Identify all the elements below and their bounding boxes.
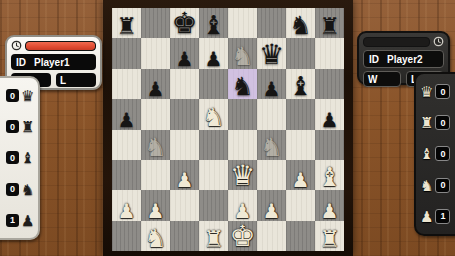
square-g7[interactable]: [286, 38, 315, 68]
right-captured-row-pawn: ♟1: [420, 201, 455, 231]
square-e2[interactable]: ♟: [228, 190, 257, 220]
left-captured-count-knight: 0: [6, 183, 19, 196]
left-captured-row-knight: 0♞: [6, 174, 38, 204]
square-f6[interactable]: ♟: [257, 69, 286, 99]
square-e4[interactable]: [228, 130, 257, 160]
square-h8[interactable]: ♜: [315, 8, 344, 38]
piece-black-h8[interactable]: ♜: [315, 15, 344, 38]
right-captured-count-queen: 0: [435, 84, 450, 99]
square-a7[interactable]: [112, 38, 141, 68]
square-g5[interactable]: [286, 99, 315, 129]
player2-wins-box: W: [363, 71, 401, 87]
square-h3[interactable]: ♝: [315, 160, 344, 190]
right-captured-count-pawn: 1: [435, 209, 450, 224]
square-a4[interactable]: [112, 130, 141, 160]
square-f2[interactable]: ♟: [257, 190, 286, 220]
square-h6[interactable]: [315, 69, 344, 99]
player1-id-box: ID Player1: [11, 54, 96, 70]
left-captured-row-bishop: 0♝: [6, 143, 38, 173]
piece-black-d8[interactable]: ♝: [199, 12, 228, 38]
square-a1[interactable]: [112, 221, 141, 251]
right-captured-bishop-icon: ♝: [420, 146, 433, 161]
square-c3[interactable]: ♟: [170, 160, 199, 190]
square-c5[interactable]: [170, 99, 199, 129]
right-captured-row-queen: ♛0: [420, 77, 455, 107]
piece-white-h2[interactable]: ♟: [315, 201, 344, 221]
left-captured-count-bishop: 0: [6, 151, 19, 164]
square-h5[interactable]: ♟: [315, 99, 344, 129]
ghost-knight-move-hint-b4[interactable]: ♞: [141, 135, 170, 160]
left-captured-row-pawn: 1♟: [6, 205, 38, 235]
piece-black-f7[interactable]: ♛: [257, 41, 286, 69]
right-captured-row-knight: ♞0: [420, 170, 455, 200]
board-frame: ♜♚♝♞♜♟♟♞♛♟♞♟♝♟♞♟♞♞♟♛♟♝♟♟♟♟♟♞♜♚♜: [103, 0, 353, 256]
captured-white-tray: ♛0♜0♝0♞0♟1: [414, 72, 455, 236]
square-e8[interactable]: [228, 8, 257, 38]
piece-white-b1[interactable]: ♞: [141, 226, 170, 251]
piece-white-d5[interactable]: ♞: [199, 105, 228, 130]
left-captured-count-queen: 0: [6, 89, 19, 102]
right-captured-knight-icon: ♞: [420, 178, 433, 193]
ghost-knight-move-hint-f4[interactable]: ♞: [257, 135, 286, 160]
left-captured-count-rook: 0: [6, 120, 19, 133]
piece-white-h1[interactable]: ♜: [315, 228, 344, 251]
square-f4[interactable]: ♞: [257, 130, 286, 160]
square-e5[interactable]: [228, 99, 257, 129]
piece-white-f2[interactable]: ♟: [257, 201, 286, 221]
player2-name: Player2: [387, 54, 423, 65]
square-f8[interactable]: [257, 8, 286, 38]
piece-black-h5[interactable]: ♟: [315, 110, 344, 130]
board: ♜♚♝♞♜♟♟♞♛♟♞♟♝♟♞♟♞♞♟♛♟♝♟♟♟♟♟♞♜♚♜: [112, 8, 344, 251]
square-d3[interactable]: [199, 160, 228, 190]
right-captured-row-bishop: ♝0: [420, 139, 455, 169]
player2-time-bar: [363, 37, 430, 47]
left-captured-queen-icon: ♛: [21, 88, 34, 103]
right-captured-count-knight: 0: [435, 178, 450, 193]
piece-black-e6[interactable]: ♞: [228, 74, 257, 99]
square-h4[interactable]: [315, 130, 344, 160]
square-d7[interactable]: ♟: [199, 38, 228, 68]
square-c7[interactable]: ♟: [170, 38, 199, 68]
piece-black-a8[interactable]: ♜: [112, 15, 141, 38]
square-a3[interactable]: [112, 160, 141, 190]
square-h7[interactable]: [315, 38, 344, 68]
square-b1[interactable]: ♞: [141, 221, 170, 251]
left-captured-bishop-icon: ♝: [21, 150, 34, 165]
piece-black-b6[interactable]: ♟: [141, 79, 170, 99]
right-captured-pawn-icon: ♟: [420, 209, 433, 224]
square-e3[interactable]: ♛: [228, 160, 257, 190]
square-b8[interactable]: [141, 8, 170, 38]
ghost-knight-move-hint-e7[interactable]: ♞: [228, 44, 257, 69]
square-b6[interactable]: ♟: [141, 69, 170, 99]
piece-black-g8[interactable]: ♞: [286, 13, 315, 38]
square-d6[interactable]: [199, 69, 228, 99]
player2-wins-label: W: [368, 74, 377, 85]
left-captured-row-queen: 0♛: [6, 81, 38, 111]
left-captured-rook-icon: ♜: [21, 119, 34, 134]
piece-white-d1[interactable]: ♜: [199, 228, 228, 251]
square-f3[interactable]: [257, 160, 286, 190]
square-c8[interactable]: ♚: [170, 8, 199, 38]
right-captured-count-rook: 0: [435, 115, 450, 130]
square-e7[interactable]: ♞: [228, 38, 257, 68]
square-a6[interactable]: [112, 69, 141, 99]
piece-black-c8[interactable]: ♚: [170, 9, 199, 38]
left-captured-knight-icon: ♞: [21, 182, 34, 197]
square-g2[interactable]: [286, 190, 315, 220]
square-d1[interactable]: ♜: [199, 221, 228, 251]
piece-white-e3[interactable]: ♛: [228, 162, 257, 190]
square-g8[interactable]: ♞: [286, 8, 315, 38]
player1-clock-icon: [11, 40, 22, 51]
piece-black-c7[interactable]: ♟: [170, 49, 199, 69]
square-b2[interactable]: ♟: [141, 190, 170, 220]
right-captured-row-rook: ♜0: [420, 108, 455, 138]
player1-id-label: ID: [16, 57, 26, 68]
square-c1[interactable]: [170, 221, 199, 251]
player1-losses-box: L: [56, 73, 96, 87]
square-e1[interactable]: ♚: [228, 221, 257, 251]
right-captured-rook-icon: ♜: [420, 115, 433, 130]
square-c4[interactable]: [170, 130, 199, 160]
square-h2[interactable]: ♟: [315, 190, 344, 220]
right-captured-count-bishop: 0: [435, 146, 450, 161]
square-a5[interactable]: ♟: [112, 99, 141, 129]
piece-white-b2[interactable]: ♟: [141, 201, 170, 221]
piece-white-g3[interactable]: ♟: [286, 170, 315, 190]
player1-losses-label: L: [60, 75, 66, 86]
square-b3[interactable]: [141, 160, 170, 190]
square-a2[interactable]: ♟: [112, 190, 141, 220]
left-captured-pawn-icon: ♟: [21, 213, 34, 228]
square-b4[interactable]: ♞: [141, 130, 170, 160]
player1-name: Player1: [34, 57, 70, 68]
piece-white-h3[interactable]: ♝: [315, 164, 344, 190]
square-d5[interactable]: ♞: [199, 99, 228, 129]
piece-black-g6[interactable]: ♝: [286, 73, 315, 99]
piece-white-e2[interactable]: ♟: [228, 201, 257, 221]
piece-black-a5[interactable]: ♟: [112, 110, 141, 130]
square-b5[interactable]: [141, 99, 170, 129]
square-g1[interactable]: [286, 221, 315, 251]
piece-black-f6[interactable]: ♟: [257, 79, 286, 99]
square-f5[interactable]: [257, 99, 286, 129]
square-f7[interactable]: ♛: [257, 38, 286, 68]
square-h1[interactable]: ♜: [315, 221, 344, 251]
piece-white-e1[interactable]: ♚: [228, 222, 257, 251]
player1-time-bar: [25, 41, 96, 51]
player2-clock-icon: [433, 36, 444, 47]
square-c6[interactable]: [170, 69, 199, 99]
left-captured-row-rook: 0♜: [6, 112, 38, 142]
captured-black-tray: 0♛0♜0♝0♞1♟: [0, 76, 40, 240]
square-d4[interactable]: [199, 130, 228, 160]
square-b7[interactable]: [141, 38, 170, 68]
square-a8[interactable]: ♜: [112, 8, 141, 38]
square-d2[interactable]: [199, 190, 228, 220]
piece-white-c3[interactable]: ♟: [170, 170, 199, 190]
player2-id-label: ID: [369, 54, 379, 65]
piece-white-a2[interactable]: ♟: [112, 201, 141, 221]
square-g6[interactable]: ♝: [286, 69, 315, 99]
left-captured-count-pawn: 1: [6, 214, 19, 227]
square-g4[interactable]: [286, 130, 315, 160]
piece-black-d7[interactable]: ♟: [199, 49, 228, 69]
right-captured-queen-icon: ♛: [420, 84, 433, 99]
player2-id-box: ID Player2: [363, 50, 444, 68]
square-g3[interactable]: ♟: [286, 160, 315, 190]
square-f1[interactable]: [257, 221, 286, 251]
square-e6[interactable]: ♞: [228, 69, 257, 99]
square-c2[interactable]: [170, 190, 199, 220]
square-d8[interactable]: ♝: [199, 8, 228, 38]
app-window: ♜♚♝♞♜♟♟♞♛♟♞♟♝♟♞♟♞♞♟♛♟♝♟♟♟♟♟♞♜♚♜ ID Playe…: [0, 0, 455, 256]
